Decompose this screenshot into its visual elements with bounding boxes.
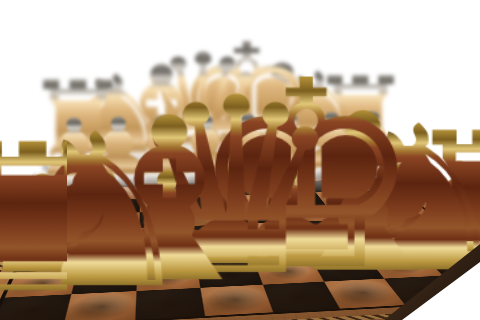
square-b2: [71, 267, 137, 295]
piece-shadow: [50, 188, 97, 201]
square-d3: [193, 241, 254, 264]
square-e1: [263, 282, 340, 313]
square-c4: [138, 226, 193, 246]
square-b1: [64, 291, 137, 320]
square-a1: [0, 294, 71, 320]
square-a2: [5, 269, 78, 297]
square-e4: [240, 222, 299, 241]
piece-shadow: [198, 262, 262, 287]
piece-shadow: [226, 183, 272, 196]
piece-shadow: [267, 181, 315, 194]
square-c3: [138, 244, 197, 267]
square-f2: [311, 256, 384, 281]
piece-shadow: [141, 185, 184, 198]
piece-shadow: [96, 187, 140, 200]
piece-shadow: [125, 284, 215, 320]
piece-shadow: [6, 270, 76, 297]
piece-shadow: [53, 287, 146, 320]
piece-shadow: [138, 264, 199, 290]
piece-shadow: [255, 259, 322, 284]
piece-black-king-e8: ♚: [174, 23, 311, 184]
square-d4: [190, 224, 247, 244]
square-e2: [254, 259, 324, 285]
square-d2: [196, 261, 263, 287]
piece-black-queen-d8: ♛: [133, 34, 271, 185]
square-h3: [402, 233, 475, 254]
square-b3: [78, 246, 139, 270]
square-g2: [366, 254, 443, 279]
piece-shadow: [191, 281, 284, 320]
square-c1: [135, 288, 205, 320]
square-b4: [83, 228, 139, 248]
square-f1: [324, 279, 405, 309]
square-g3: [351, 235, 421, 256]
piece-shadow: [73, 267, 137, 293]
piece-shadow: [348, 179, 399, 191]
chess-set-photo: ♜♞♝♛♚♝♞♜♟♟♟♟♟♟♟♟♟♟♟♟♟♟♟♟♜♞♝♛♚♝♞♜: [0, 0, 480, 320]
piece-shadow: [184, 184, 228, 197]
piece-shadow: [253, 278, 352, 317]
square-e3: [247, 239, 311, 261]
board-leather-surface: [0, 161, 480, 320]
square-a3: [16, 248, 82, 272]
piece-shadows-layer: [0, 161, 480, 320]
piece-shadow: [307, 180, 356, 192]
chess-board: ♜♞♝♛♚♝♞♜♟♟♟♟♟♟♟♟♟♟♟♟♟♟♟♟♜♞♝♛♚♝♞♜: [0, 161, 480, 320]
square-f3: [299, 237, 366, 259]
piece-shadow: [312, 257, 382, 281]
square-d1: [200, 285, 273, 316]
square-a4: [26, 230, 87, 251]
piece-shadow: [0, 290, 81, 320]
square-c2: [137, 264, 201, 291]
piece-shadow: [368, 254, 442, 278]
